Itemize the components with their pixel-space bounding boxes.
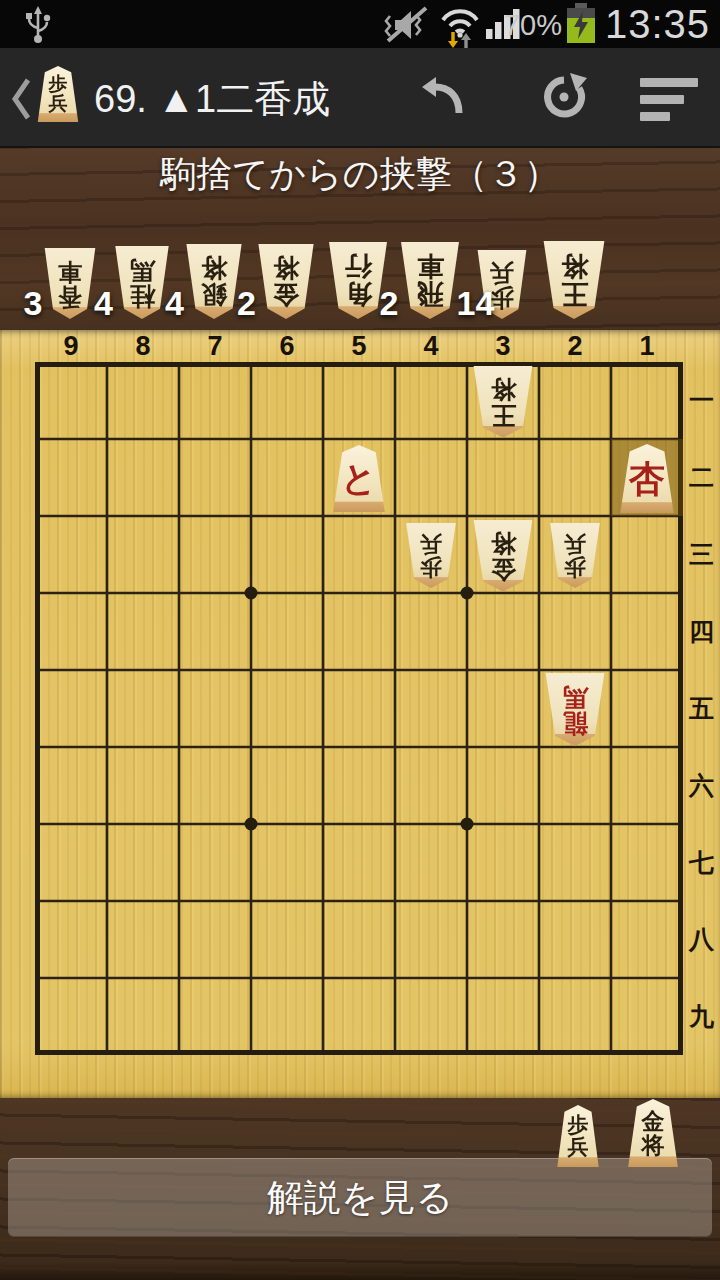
board-cell[interactable] [467,978,539,1055]
board-cell[interactable] [107,901,179,978]
board-cell[interactable] [611,516,683,593]
board-cell[interactable] [611,362,683,439]
board-cell[interactable] [611,901,683,978]
board-cell[interactable] [467,670,539,747]
wifi-updown-icon [438,3,482,48]
board-cell[interactable] [395,362,467,439]
board-cell[interactable] [107,439,179,516]
menu-icon[interactable] [640,78,700,129]
shogi-piece-gold[interactable]: 金将 [256,244,316,319]
shogi-piece-pawn[interactable]: 歩兵 [556,1105,601,1167]
board-cell[interactable] [179,362,251,439]
board-cell[interactable] [35,439,107,516]
back-chevron-icon[interactable] [10,76,34,122]
shogi-piece-pawn[interactable]: 歩兵 [36,66,80,122]
mute-vibrate-icon [384,5,430,45]
rank-label-8: 八 [683,901,720,978]
file-label-7: 7 [179,329,251,361]
board-cell[interactable] [179,670,251,747]
redo-icon[interactable] [538,71,590,123]
hand-count: 4 [94,284,113,323]
board-cell[interactable] [467,593,539,670]
board-cell[interactable] [35,670,107,747]
rank-label-6: 六 [683,747,720,824]
file-label-1: 1 [611,329,683,361]
board-cell[interactable] [251,516,323,593]
gote-hand-slot-king: 王将 [541,241,607,319]
file-label-9: 9 [35,329,107,361]
file-label-2: 2 [539,329,611,361]
board-cell[interactable] [251,670,323,747]
file-label-3: 3 [467,329,539,361]
show-solution-button[interactable]: 解説を見る [8,1158,712,1237]
board-cell[interactable] [251,593,323,670]
rank-label-4: 四 [683,593,720,670]
board-cell[interactable] [323,747,395,824]
file-label-6: 6 [251,329,323,361]
board-cell[interactable] [323,901,395,978]
board-cell[interactable] [107,978,179,1055]
board-cell[interactable] [107,824,179,901]
board-cell[interactable] [611,747,683,824]
hand-count: 3 [24,284,43,323]
board-cell[interactable] [539,593,611,670]
board-cell[interactable] [107,362,179,439]
board-cell[interactable] [395,670,467,747]
board-cell[interactable] [539,824,611,901]
gote-hand-slot-pawn: 歩兵14 [476,250,529,319]
board-cell[interactable] [611,670,683,747]
gote-hand-slot-knight: 桂馬4 [113,246,171,319]
file-label-4: 4 [395,329,467,361]
board-cell[interactable] [539,978,611,1055]
board-cell[interactable] [323,670,395,747]
gote-hand-slot-lance: 香車3 [43,248,98,319]
board-cell[interactable] [611,978,683,1055]
board-cell[interactable] [251,901,323,978]
board-cell[interactable] [179,439,251,516]
rank-label-3: 三 [683,516,720,593]
rank-label-7: 七 [683,824,720,901]
shogi-piece-rook[interactable]: 飛車 [399,242,462,319]
gote-hand-slot-rook: 飛車2 [399,242,462,319]
board-cell[interactable] [107,670,179,747]
battery-percent: 70% [504,9,562,42]
board-cell[interactable] [323,978,395,1055]
board-cell[interactable] [323,824,395,901]
usb-icon [22,5,54,45]
gote-hand-slot-silver: 銀将4 [184,244,244,319]
board-cell[interactable] [35,747,107,824]
board-cell[interactable] [179,824,251,901]
hand-count: 14 [457,284,495,323]
shogi-piece-king[interactable]: 王将 [541,241,607,319]
board-cell[interactable] [251,978,323,1055]
board-cell[interactable] [251,439,323,516]
board-cell[interactable] [395,439,467,516]
board-cell[interactable] [35,978,107,1055]
current-piece-icon: 歩兵 [36,66,82,124]
shogi-piece-lance[interactable]: 香車 [43,248,98,319]
board-cell[interactable] [395,978,467,1055]
rank-label-9: 九 [683,978,720,1055]
shogi-piece-gold[interactable]: 金将 [626,1099,680,1167]
board-cell[interactable] [179,901,251,978]
board-cell[interactable] [251,747,323,824]
board-cell[interactable] [179,516,251,593]
board-cell[interactable] [251,824,323,901]
board-cell[interactable] [107,747,179,824]
sente-hand-slot-gold: 金将 [626,1099,680,1167]
hand-count: 4 [165,284,184,323]
sente-hand-slot-pawn: 歩兵 [556,1105,601,1167]
status-bar: 70% 13:35 [0,0,720,48]
board-cell[interactable] [539,439,611,516]
board-cell[interactable] [107,593,179,670]
board-cell[interactable] [467,747,539,824]
rank-label-2: 二 [683,439,720,516]
board-cell[interactable] [467,901,539,978]
board-cell[interactable] [179,978,251,1055]
board-cell[interactable] [611,824,683,901]
board-cell[interactable] [107,516,179,593]
board-cell[interactable] [179,593,251,670]
rank-label-1: 一 [683,362,720,439]
shogi-piece-silver[interactable]: 銀将 [184,244,244,319]
board-cell[interactable] [323,516,395,593]
board-cell[interactable] [35,516,107,593]
board-cell[interactable] [395,593,467,670]
board-cell[interactable] [35,593,107,670]
battery-charging-icon [566,3,596,45]
board-cell[interactable] [35,824,107,901]
board-cell[interactable] [539,362,611,439]
rank-label-5: 五 [683,670,720,747]
board-cell[interactable] [395,824,467,901]
move-label: 69. ▲1二香成 [94,74,330,125]
board-cell[interactable] [395,747,467,824]
board-cell[interactable] [539,901,611,978]
board-cell[interactable] [539,747,611,824]
file-label-5: 5 [323,329,395,361]
app-bar: 歩兵 69. ▲1二香成 [0,48,720,148]
board-cell[interactable] [323,362,395,439]
file-label-8: 8 [107,329,179,361]
undo-icon[interactable] [420,73,468,121]
board-cell[interactable] [251,362,323,439]
board-cell[interactable] [395,901,467,978]
puzzle-title: 駒捨てからの挟撃（３） [0,150,720,199]
board-cell[interactable] [467,824,539,901]
shogi-app-screen: 70% 13:35 歩兵 69. ▲1二香成 [0,0,720,1280]
clock: 13:35 [605,2,710,47]
board-cell[interactable] [323,593,395,670]
board-cell[interactable] [611,593,683,670]
board-cell[interactable] [179,747,251,824]
board-cell[interactable] [35,901,107,978]
hand-count: 2 [380,284,399,323]
hand-count: 2 [237,284,256,323]
shogi-piece-knight[interactable]: 桂馬 [113,246,171,319]
gote-hand-slot-gold: 金将2 [256,244,316,319]
board-cell[interactable] [35,362,107,439]
board-cell[interactable] [467,439,539,516]
